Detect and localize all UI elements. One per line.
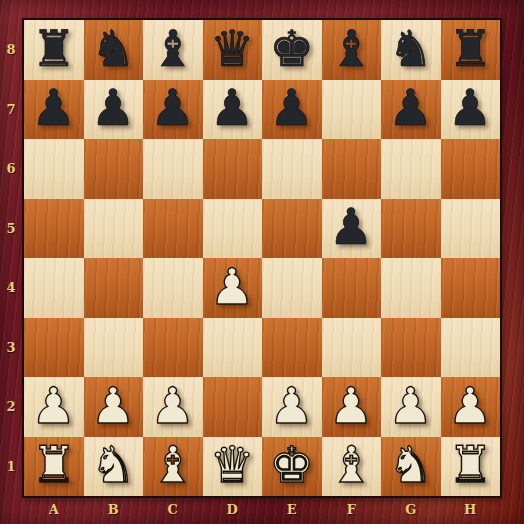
- piece-white-pawn-g2[interactable]: ♟: [388, 381, 433, 431]
- square-h5[interactable]: [441, 199, 501, 259]
- square-g8[interactable]: ♞: [381, 20, 441, 80]
- square-g4[interactable]: [381, 258, 441, 318]
- piece-black-pawn-a7[interactable]: ♟: [31, 83, 76, 133]
- rank-label-3: 3: [0, 318, 22, 378]
- piece-white-rook-a1[interactable]: ♜: [31, 440, 76, 490]
- piece-black-bishop-f8[interactable]: ♝: [329, 24, 374, 74]
- chessboard-frame: 87654321 ♜♞♝♛♚♝♞♜♟♟♟♟♟♟♟♟♟♟♟♟♟♟♟♟♜♞♝♛♚♝♞…: [0, 0, 524, 524]
- square-f5[interactable]: ♟: [322, 199, 382, 259]
- piece-black-pawn-e7[interactable]: ♟: [269, 83, 314, 133]
- square-c7[interactable]: ♟: [143, 80, 203, 140]
- square-h2[interactable]: ♟: [441, 377, 501, 437]
- square-g2[interactable]: ♟: [381, 377, 441, 437]
- file-label-g: G: [381, 496, 441, 522]
- piece-black-queen-d8[interactable]: ♛: [210, 24, 255, 74]
- square-f4[interactable]: [322, 258, 382, 318]
- square-b6[interactable]: [84, 139, 144, 199]
- piece-white-rook-h1[interactable]: ♜: [448, 440, 493, 490]
- square-b5[interactable]: [84, 199, 144, 259]
- piece-white-bishop-f1[interactable]: ♝: [329, 440, 374, 490]
- square-b3[interactable]: [84, 318, 144, 378]
- piece-white-pawn-f2[interactable]: ♟: [329, 381, 374, 431]
- piece-black-pawn-b7[interactable]: ♟: [91, 83, 136, 133]
- square-b2[interactable]: ♟: [84, 377, 144, 437]
- square-e4[interactable]: [262, 258, 322, 318]
- square-a7[interactable]: ♟: [24, 80, 84, 140]
- square-d8[interactable]: ♛: [203, 20, 263, 80]
- rank-label-5: 5: [0, 199, 22, 259]
- piece-white-pawn-h2[interactable]: ♟: [448, 381, 493, 431]
- square-c8[interactable]: ♝: [143, 20, 203, 80]
- square-f2[interactable]: ♟: [322, 377, 382, 437]
- square-c6[interactable]: [143, 139, 203, 199]
- piece-white-king-e1[interactable]: ♚: [269, 440, 314, 490]
- rank-label-2: 2: [0, 377, 22, 437]
- file-label-c: C: [143, 496, 203, 522]
- rank-label-6: 6: [0, 139, 22, 199]
- piece-white-bishop-c1[interactable]: ♝: [150, 440, 195, 490]
- square-f8[interactable]: ♝: [322, 20, 382, 80]
- piece-white-knight-g1[interactable]: ♞: [388, 440, 433, 490]
- square-h4[interactable]: [441, 258, 501, 318]
- square-d1[interactable]: ♛: [203, 437, 263, 497]
- piece-black-knight-b8[interactable]: ♞: [91, 24, 136, 74]
- piece-white-pawn-e2[interactable]: ♟: [269, 381, 314, 431]
- square-g1[interactable]: ♞: [381, 437, 441, 497]
- rank-label-4: 4: [0, 258, 22, 318]
- square-h3[interactable]: [441, 318, 501, 378]
- piece-black-rook-a8[interactable]: ♜: [31, 24, 76, 74]
- piece-white-knight-b1[interactable]: ♞: [91, 440, 136, 490]
- square-d7[interactable]: ♟: [203, 80, 263, 140]
- square-b7[interactable]: ♟: [84, 80, 144, 140]
- file-label-b: B: [84, 496, 144, 522]
- square-a3[interactable]: [24, 318, 84, 378]
- square-d3[interactable]: [203, 318, 263, 378]
- file-label-h: H: [441, 496, 501, 522]
- square-f1[interactable]: ♝: [322, 437, 382, 497]
- piece-black-pawn-d7[interactable]: ♟: [210, 83, 255, 133]
- square-h8[interactable]: ♜: [441, 20, 501, 80]
- piece-black-pawn-f5[interactable]: ♟: [329, 202, 374, 252]
- piece-black-bishop-c8[interactable]: ♝: [150, 24, 195, 74]
- square-g5[interactable]: [381, 199, 441, 259]
- square-c1[interactable]: ♝: [143, 437, 203, 497]
- file-label-f: F: [322, 496, 382, 522]
- square-a2[interactable]: ♟: [24, 377, 84, 437]
- piece-black-rook-h8[interactable]: ♜: [448, 24, 493, 74]
- square-e8[interactable]: ♚: [262, 20, 322, 80]
- file-label-a: A: [24, 496, 84, 522]
- rank-label-8: 8: [0, 20, 22, 80]
- square-a6[interactable]: [24, 139, 84, 199]
- square-f7[interactable]: [322, 80, 382, 140]
- square-e7[interactable]: ♟: [262, 80, 322, 140]
- file-label-d: D: [203, 496, 263, 522]
- square-c2[interactable]: ♟: [143, 377, 203, 437]
- square-f6[interactable]: [322, 139, 382, 199]
- square-g6[interactable]: [381, 139, 441, 199]
- square-c5[interactable]: [143, 199, 203, 259]
- piece-black-knight-g8[interactable]: ♞: [388, 24, 433, 74]
- piece-white-pawn-c2[interactable]: ♟: [150, 381, 195, 431]
- square-a8[interactable]: ♜: [24, 20, 84, 80]
- piece-black-king-e8[interactable]: ♚: [269, 24, 314, 74]
- rank-labels: 87654321: [0, 20, 22, 496]
- square-g7[interactable]: ♟: [381, 80, 441, 140]
- file-label-e: E: [262, 496, 322, 522]
- square-e1[interactable]: ♚: [262, 437, 322, 497]
- piece-white-pawn-a2[interactable]: ♟: [31, 381, 76, 431]
- piece-black-pawn-g7[interactable]: ♟: [388, 83, 433, 133]
- square-a4[interactable]: [24, 258, 84, 318]
- piece-white-pawn-b2[interactable]: ♟: [91, 381, 136, 431]
- square-b1[interactable]: ♞: [84, 437, 144, 497]
- square-d2[interactable]: [203, 377, 263, 437]
- square-a1[interactable]: ♜: [24, 437, 84, 497]
- piece-white-pawn-d4[interactable]: ♟: [210, 262, 255, 312]
- piece-black-pawn-c7[interactable]: ♟: [150, 83, 195, 133]
- piece-black-pawn-h7[interactable]: ♟: [448, 83, 493, 133]
- square-b4[interactable]: [84, 258, 144, 318]
- square-g3[interactable]: [381, 318, 441, 378]
- rank-label-1: 1: [0, 437, 22, 497]
- square-d4[interactable]: ♟: [203, 258, 263, 318]
- square-f3[interactable]: [322, 318, 382, 378]
- square-h1[interactable]: ♜: [441, 437, 501, 497]
- square-e5[interactable]: [262, 199, 322, 259]
- rank-label-7: 7: [0, 80, 22, 140]
- chessboard: ♜♞♝♛♚♝♞♜♟♟♟♟♟♟♟♟♟♟♟♟♟♟♟♟♜♞♝♛♚♝♞♜: [22, 18, 502, 498]
- square-b8[interactable]: ♞: [84, 20, 144, 80]
- square-d6[interactable]: [203, 139, 263, 199]
- square-h6[interactable]: [441, 139, 501, 199]
- square-e6[interactable]: [262, 139, 322, 199]
- square-d5[interactable]: [203, 199, 263, 259]
- square-e3[interactable]: [262, 318, 322, 378]
- square-c3[interactable]: [143, 318, 203, 378]
- square-c4[interactable]: [143, 258, 203, 318]
- file-labels: ABCDEFGH: [24, 496, 500, 522]
- piece-white-queen-d1[interactable]: ♛: [210, 440, 255, 490]
- square-a5[interactable]: [24, 199, 84, 259]
- square-h7[interactable]: ♟: [441, 80, 501, 140]
- square-e2[interactable]: ♟: [262, 377, 322, 437]
